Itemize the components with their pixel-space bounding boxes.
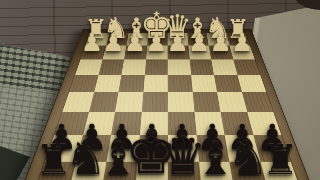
square-e3[interactable]: [145, 59, 168, 74]
square-f3[interactable]: [121, 59, 145, 74]
square-d4[interactable]: [168, 75, 193, 92]
square-c4[interactable]: [191, 75, 217, 92]
square-f5[interactable]: [115, 92, 143, 112]
piece-white-pawn-g2[interactable]: ♟: [102, 31, 124, 56]
piece-white-pawn-e2[interactable]: ♟: [145, 31, 167, 56]
square-c3[interactable]: [189, 59, 214, 74]
square-e4[interactable]: [143, 75, 168, 92]
piece-black-rook-h8[interactable]: ♜: [35, 140, 72, 180]
piece-white-pawn-b2[interactable]: ♟: [210, 31, 232, 56]
square-d5[interactable]: [168, 92, 194, 112]
scene-photo: ♜♞♝♛♚♝♞♜♟♟♟♟♟♟♟♟♟♟♟♟♟♟♟♟♜♞♝♛♚♝♞♜: [0, 0, 320, 180]
piece-white-pawn-f2[interactable]: ♟: [124, 31, 146, 56]
piece-white-pawn-c2[interactable]: ♟: [188, 31, 210, 56]
square-e5[interactable]: [141, 92, 167, 112]
square-d3[interactable]: [168, 59, 191, 74]
piece-white-pawn-a2[interactable]: ♟: [231, 31, 253, 56]
square-g5[interactable]: [89, 92, 119, 112]
square-a3[interactable]: [233, 59, 260, 74]
square-a4[interactable]: [237, 75, 266, 92]
square-a5[interactable]: [242, 92, 274, 112]
square-c5[interactable]: [192, 92, 220, 112]
piece-white-pawn-d2[interactable]: ♟: [167, 31, 189, 56]
square-g4[interactable]: [94, 75, 122, 92]
square-f4[interactable]: [118, 75, 144, 92]
piece-white-pawn-h2[interactable]: ♟: [81, 31, 103, 56]
square-g3[interactable]: [98, 59, 124, 74]
